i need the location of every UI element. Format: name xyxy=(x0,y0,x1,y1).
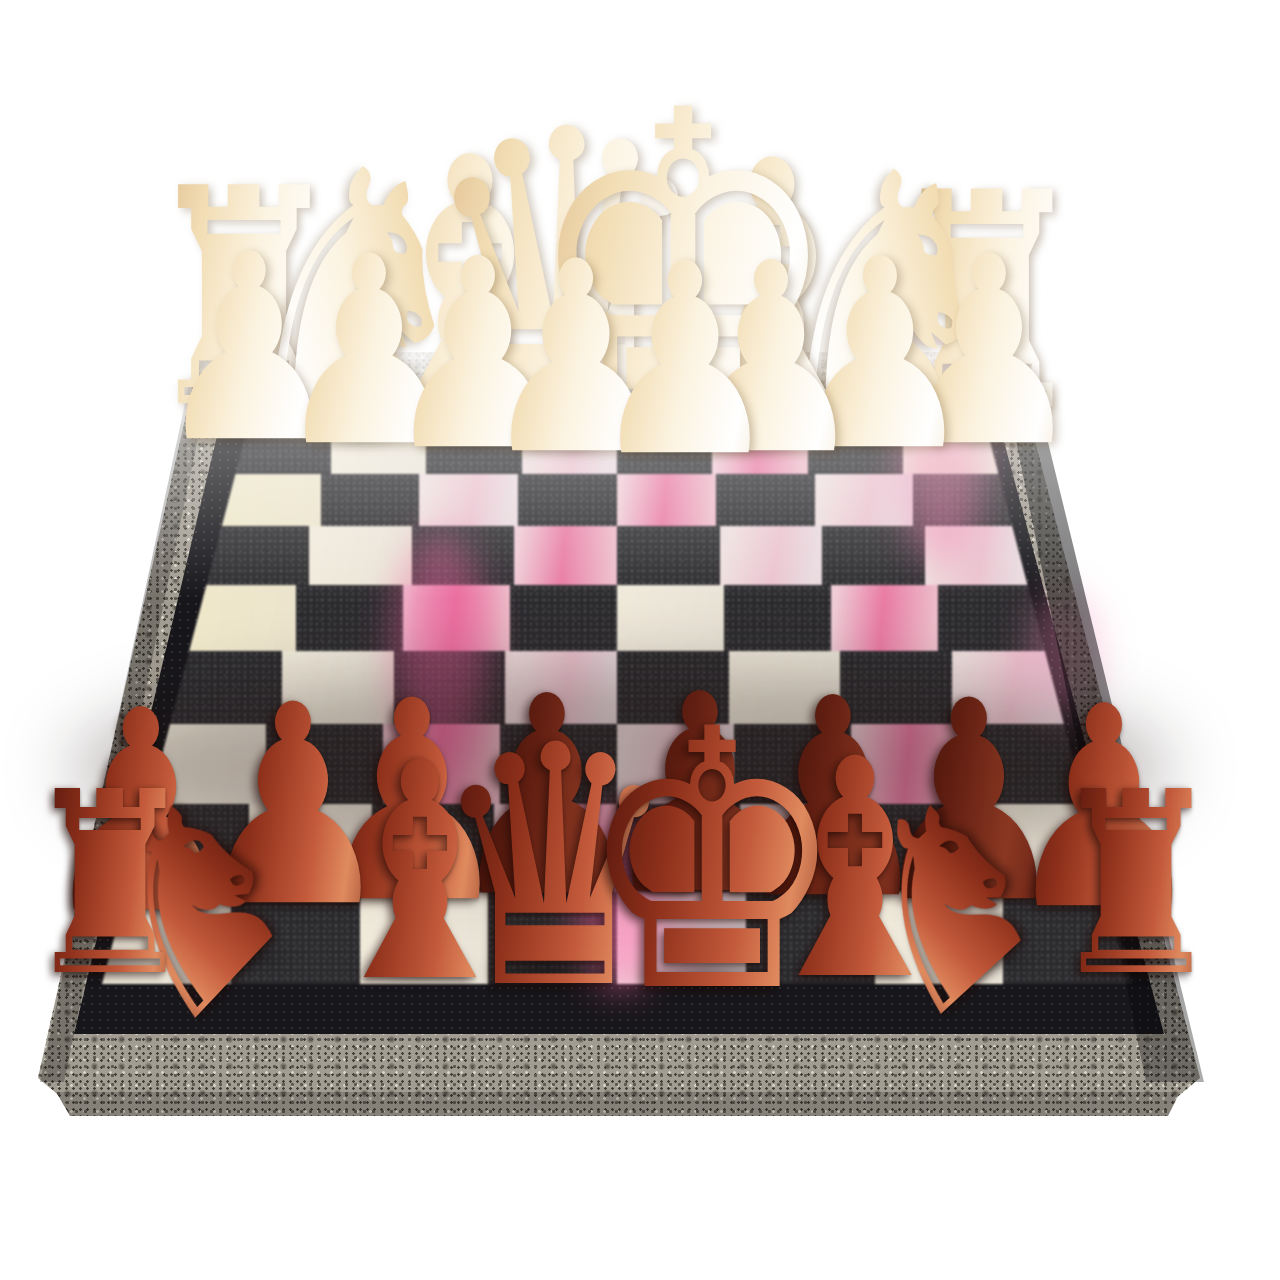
square-d6[interactable] xyxy=(514,526,617,585)
board-row-6 xyxy=(206,526,1027,585)
square-a6[interactable] xyxy=(206,526,309,585)
square-b6[interactable] xyxy=(309,526,412,585)
piece-brown-king-e1[interactable]: ♚ xyxy=(577,683,847,1041)
piece-brown-rook-a1[interactable]: ♜ xyxy=(22,759,198,1011)
piece-cream-pawn-e7[interactable]: ♟ xyxy=(588,229,782,493)
square-e6[interactable] xyxy=(617,526,720,585)
square-g6[interactable] xyxy=(822,526,925,585)
square-f6[interactable] xyxy=(720,526,823,585)
square-b5[interactable] xyxy=(296,585,403,651)
chess-set-photo: ♜♞♝♛♚♝♞♜♟♟♟♟♟♟♟♟♟♟♟♟♟♟♟♟♜♞♝♛♚♝♞♜ xyxy=(0,0,1280,1280)
square-a5[interactable] xyxy=(189,585,296,651)
piece-brown-rook-h1[interactable]: ♜ xyxy=(1048,759,1224,1011)
